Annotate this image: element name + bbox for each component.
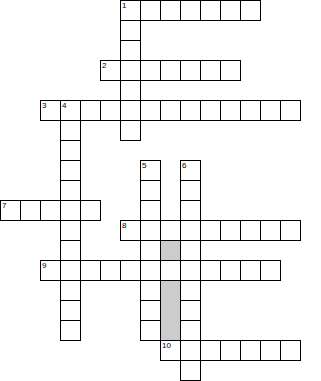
cell-r16-c9[interactable]: [180, 320, 201, 341]
cell-r5-c13[interactable]: [260, 100, 281, 121]
cell-r5-c10[interactable]: [200, 100, 221, 121]
cell-r3-c9[interactable]: [180, 60, 201, 81]
cell-r17-c12[interactable]: [240, 340, 261, 361]
cell-r8-c9[interactable]: 6: [180, 160, 201, 181]
cell-r10-c7[interactable]: [140, 200, 161, 221]
clue-number-10: 10: [162, 341, 171, 350]
shaded-block-r14-c8: [160, 280, 181, 341]
cell-r8-c3[interactable]: [60, 160, 81, 181]
cell-r0-c8[interactable]: [160, 0, 181, 21]
cell-r3-c11[interactable]: [220, 60, 241, 81]
cell-r13-c7[interactable]: [140, 260, 161, 281]
cell-r11-c6[interactable]: 8: [120, 220, 141, 241]
cell-r13-c5[interactable]: [100, 260, 121, 281]
cell-r10-c0[interactable]: 7: [0, 200, 21, 221]
clue-number-4: 4: [62, 101, 66, 110]
cell-r17-c8[interactable]: 10: [160, 340, 181, 361]
cell-r13-c10[interactable]: [200, 260, 221, 281]
cell-r13-c3[interactable]: [60, 260, 81, 281]
cell-r11-c11[interactable]: [220, 220, 241, 241]
cell-r5-c8[interactable]: [160, 100, 181, 121]
cell-r10-c1[interactable]: [20, 200, 41, 221]
cell-r10-c2[interactable]: [40, 200, 61, 221]
clue-number-9: 9: [42, 261, 46, 270]
cell-r11-c14[interactable]: [280, 220, 301, 241]
cell-r3-c7[interactable]: [140, 60, 161, 81]
cell-r14-c9[interactable]: [180, 280, 201, 301]
cell-r5-c6[interactable]: [120, 100, 141, 121]
cell-r5-c2[interactable]: 3: [40, 100, 61, 121]
cell-r18-c9[interactable]: [180, 360, 201, 381]
cell-r11-c8[interactable]: [160, 220, 181, 241]
cell-r11-c3[interactable]: [60, 220, 81, 241]
cell-r13-c12[interactable]: [240, 260, 261, 281]
cell-r15-c3[interactable]: [60, 300, 81, 321]
clue-number-6: 6: [182, 161, 186, 170]
cell-r17-c11[interactable]: [220, 340, 241, 361]
cell-r11-c13[interactable]: [260, 220, 281, 241]
cell-r9-c7[interactable]: [140, 180, 161, 201]
cell-r13-c4[interactable]: [80, 260, 101, 281]
cell-r4-c6[interactable]: [120, 80, 141, 101]
cell-r0-c10[interactable]: [200, 0, 221, 21]
cell-r0-c12[interactable]: [240, 0, 261, 21]
cell-r14-c3[interactable]: [60, 280, 81, 301]
cell-r0-c9[interactable]: [180, 0, 201, 21]
clue-number-7: 7: [2, 201, 6, 210]
cell-r15-c9[interactable]: [180, 300, 201, 321]
cell-r5-c4[interactable]: [80, 100, 101, 121]
cell-r10-c3[interactable]: [60, 200, 81, 221]
cell-r2-c6[interactable]: [120, 40, 141, 61]
cell-r16-c7[interactable]: [140, 320, 161, 341]
cell-r12-c3[interactable]: [60, 240, 81, 261]
cell-r0-c11[interactable]: [220, 0, 241, 21]
cell-r9-c3[interactable]: [60, 180, 81, 201]
cell-r13-c8[interactable]: [160, 260, 181, 281]
cell-r3-c8[interactable]: [160, 60, 181, 81]
cell-r14-c7[interactable]: [140, 280, 161, 301]
cell-r13-c2[interactable]: 9: [40, 260, 61, 281]
cell-r11-c12[interactable]: [240, 220, 261, 241]
cell-r5-c14[interactable]: [280, 100, 301, 121]
clue-number-8: 8: [122, 221, 126, 230]
cell-r17-c9[interactable]: [180, 340, 201, 361]
cell-r5-c11[interactable]: [220, 100, 241, 121]
cell-r11-c7[interactable]: [140, 220, 161, 241]
cell-r3-c10[interactable]: [200, 60, 221, 81]
cell-r11-c10[interactable]: [200, 220, 221, 241]
clue-number-2: 2: [102, 61, 106, 70]
cell-r12-c9[interactable]: [180, 240, 201, 261]
clue-number-1: 1: [122, 1, 126, 10]
shaded-block-r12-c8: [160, 240, 181, 261]
cell-r16-c3[interactable]: [60, 320, 81, 341]
cell-r5-c7[interactable]: [140, 100, 161, 121]
cell-r0-c7[interactable]: [140, 0, 161, 21]
cell-r12-c7[interactable]: [140, 240, 161, 261]
cell-r13-c13[interactable]: [260, 260, 281, 281]
cell-r5-c5[interactable]: [100, 100, 121, 121]
cell-r6-c6[interactable]: [120, 120, 141, 141]
cell-r11-c9[interactable]: [180, 220, 201, 241]
cell-r17-c10[interactable]: [200, 340, 221, 361]
cell-r10-c4[interactable]: [80, 200, 101, 221]
clue-number-5: 5: [142, 161, 146, 170]
cell-r3-c6[interactable]: [120, 60, 141, 81]
cell-r17-c14[interactable]: [280, 340, 301, 361]
cell-r15-c7[interactable]: [140, 300, 161, 321]
clue-number-3: 3: [42, 101, 46, 110]
cell-r13-c6[interactable]: [120, 260, 141, 281]
crossword-grid: 12345678910: [0, 0, 321, 381]
cell-r10-c9[interactable]: [180, 200, 201, 221]
cell-r6-c3[interactable]: [60, 120, 81, 141]
cell-r7-c3[interactable]: [60, 140, 81, 161]
cell-r3-c5[interactable]: 2: [100, 60, 121, 81]
cell-r13-c11[interactable]: [220, 260, 241, 281]
cell-r5-c12[interactable]: [240, 100, 261, 121]
cell-r17-c13[interactable]: [260, 340, 281, 361]
cell-r9-c9[interactable]: [180, 180, 201, 201]
cell-r0-c6[interactable]: 1: [120, 0, 141, 21]
cell-r5-c9[interactable]: [180, 100, 201, 121]
cell-r5-c3[interactable]: 4: [60, 100, 81, 121]
cell-r1-c6[interactable]: [120, 20, 141, 41]
cell-r13-c9[interactable]: [180, 260, 201, 281]
cell-r8-c7[interactable]: 5: [140, 160, 161, 181]
